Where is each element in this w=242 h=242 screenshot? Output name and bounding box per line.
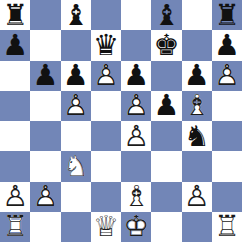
piece-white-king[interactable]: ♚♔ xyxy=(121,212,151,242)
white-rook-outline-icon: ♖ xyxy=(212,212,242,242)
square-a6[interactable] xyxy=(0,61,30,91)
square-a2[interactable]: ♟♙ xyxy=(0,182,30,212)
square-a7[interactable]: ♟ xyxy=(0,30,30,60)
square-b8[interactable] xyxy=(30,0,60,30)
square-e4[interactable]: ♟♙ xyxy=(121,121,151,151)
square-b6[interactable]: ♟ xyxy=(30,61,60,91)
white-queen-outline-icon: ♕ xyxy=(91,212,121,242)
square-h5[interactable] xyxy=(212,91,242,121)
square-h7[interactable]: ♟ xyxy=(212,30,242,60)
piece-black-bishop[interactable]: ♝ xyxy=(151,0,181,30)
square-b5[interactable] xyxy=(30,91,60,121)
white-knight-outline-icon: ♘ xyxy=(61,151,91,181)
square-a1[interactable]: ♜♖ xyxy=(0,212,30,242)
square-h8[interactable]: ♜ xyxy=(212,0,242,30)
square-c8[interactable]: ♝ xyxy=(61,0,91,30)
piece-black-rook[interactable]: ♜ xyxy=(212,0,242,30)
square-f6[interactable] xyxy=(151,61,181,91)
piece-white-bishop[interactable]: ♝♗ xyxy=(121,182,151,212)
piece-black-king[interactable]: ♚ xyxy=(151,30,181,60)
black-queen-icon: ♛ xyxy=(91,30,121,60)
piece-black-knight[interactable]: ♞ xyxy=(182,121,212,151)
chess-board: ♜♝♝♜♟♛♚♟♟♟♟♙♟♟♟♙♟♙♟♙♟♝♗♟♙♞♞♘♟♙♟♙♝♗♟♙♜♖♛♕… xyxy=(0,0,242,242)
square-f2[interactable] xyxy=(151,182,181,212)
white-king-outline-icon: ♔ xyxy=(121,212,151,242)
piece-black-pawn[interactable]: ♟ xyxy=(212,30,242,60)
piece-white-rook[interactable]: ♜♖ xyxy=(212,212,242,242)
white-pawn-outline-icon: ♙ xyxy=(121,91,151,121)
piece-white-pawn[interactable]: ♟♙ xyxy=(212,61,242,91)
square-b4[interactable] xyxy=(30,121,60,151)
square-c1[interactable] xyxy=(61,212,91,242)
square-c7[interactable] xyxy=(61,30,91,60)
white-pawn-outline-icon: ♙ xyxy=(212,61,242,91)
piece-black-pawn[interactable]: ♟ xyxy=(151,91,181,121)
white-pawn-outline-icon: ♙ xyxy=(30,182,60,212)
piece-white-bishop[interactable]: ♝♗ xyxy=(182,91,212,121)
square-b3[interactable] xyxy=(30,151,60,181)
white-pawn-outline-icon: ♙ xyxy=(0,182,30,212)
square-c4[interactable] xyxy=(61,121,91,151)
square-e1[interactable]: ♚♔ xyxy=(121,212,151,242)
black-rook-icon: ♜ xyxy=(0,0,30,30)
square-g5[interactable]: ♝♗ xyxy=(182,91,212,121)
square-e6[interactable]: ♟ xyxy=(121,61,151,91)
square-a3[interactable] xyxy=(0,151,30,181)
white-pawn-outline-icon: ♙ xyxy=(182,182,212,212)
square-g1[interactable] xyxy=(182,212,212,242)
white-bishop-outline-icon: ♗ xyxy=(182,91,212,121)
square-f8[interactable]: ♝ xyxy=(151,0,181,30)
square-f7[interactable]: ♚ xyxy=(151,30,181,60)
piece-white-pawn[interactable]: ♟♙ xyxy=(30,182,60,212)
square-f3[interactable] xyxy=(151,151,181,181)
square-g8[interactable] xyxy=(182,0,212,30)
square-d6[interactable]: ♟♙ xyxy=(91,61,121,91)
square-f4[interactable] xyxy=(151,121,181,151)
black-pawn-icon: ♟ xyxy=(182,61,212,91)
piece-black-pawn[interactable]: ♟ xyxy=(30,61,60,91)
square-g7[interactable] xyxy=(182,30,212,60)
square-e7[interactable] xyxy=(121,30,151,60)
square-h1[interactable]: ♜♖ xyxy=(212,212,242,242)
piece-white-knight[interactable]: ♞♘ xyxy=(61,151,91,181)
square-g3[interactable] xyxy=(182,151,212,181)
square-d4[interactable] xyxy=(91,121,121,151)
piece-white-pawn[interactable]: ♟♙ xyxy=(121,91,151,121)
square-f5[interactable]: ♟ xyxy=(151,91,181,121)
piece-white-pawn[interactable]: ♟♙ xyxy=(91,61,121,91)
piece-black-queen[interactable]: ♛ xyxy=(91,30,121,60)
black-bishop-icon: ♝ xyxy=(61,0,91,30)
square-h4[interactable] xyxy=(212,121,242,151)
black-pawn-icon: ♟ xyxy=(151,91,181,121)
square-g4[interactable]: ♞ xyxy=(182,121,212,151)
square-g2[interactable]: ♟♙ xyxy=(182,182,212,212)
square-h3[interactable] xyxy=(212,151,242,181)
white-rook-outline-icon: ♖ xyxy=(0,212,30,242)
white-bishop-outline-icon: ♗ xyxy=(121,182,151,212)
piece-white-pawn[interactable]: ♟♙ xyxy=(121,121,151,151)
piece-black-pawn[interactable]: ♟ xyxy=(121,61,151,91)
piece-white-pawn[interactable]: ♟♙ xyxy=(182,182,212,212)
black-pawn-icon: ♟ xyxy=(61,61,91,91)
black-king-icon: ♚ xyxy=(151,30,181,60)
black-pawn-icon: ♟ xyxy=(121,61,151,91)
square-c3[interactable]: ♞♘ xyxy=(61,151,91,181)
piece-white-pawn[interactable]: ♟♙ xyxy=(0,182,30,212)
black-pawn-icon: ♟ xyxy=(212,30,242,60)
square-d7[interactable]: ♛ xyxy=(91,30,121,60)
square-b2[interactable]: ♟♙ xyxy=(30,182,60,212)
piece-white-queen[interactable]: ♛♕ xyxy=(91,212,121,242)
piece-white-pawn[interactable]: ♟♙ xyxy=(61,91,91,121)
square-b1[interactable] xyxy=(30,212,60,242)
black-knight-icon: ♞ xyxy=(182,121,212,151)
square-a4[interactable] xyxy=(0,121,30,151)
piece-white-rook[interactable]: ♜♖ xyxy=(0,212,30,242)
piece-black-rook[interactable]: ♜ xyxy=(0,0,30,30)
square-a5[interactable] xyxy=(0,91,30,121)
square-c2[interactable] xyxy=(61,182,91,212)
square-d1[interactable]: ♛♕ xyxy=(91,212,121,242)
square-e5[interactable]: ♟♙ xyxy=(121,91,151,121)
square-c5[interactable]: ♟♙ xyxy=(61,91,91,121)
square-g6[interactable]: ♟ xyxy=(182,61,212,91)
square-f1[interactable] xyxy=(151,212,181,242)
black-pawn-icon: ♟ xyxy=(0,30,30,60)
square-d2[interactable] xyxy=(91,182,121,212)
white-pawn-outline-icon: ♙ xyxy=(121,121,151,151)
black-bishop-icon: ♝ xyxy=(151,0,181,30)
square-h2[interactable] xyxy=(212,182,242,212)
piece-black-pawn[interactable]: ♟ xyxy=(61,61,91,91)
piece-black-pawn[interactable]: ♟ xyxy=(182,61,212,91)
white-pawn-outline-icon: ♙ xyxy=(61,91,91,121)
square-b7[interactable] xyxy=(30,30,60,60)
square-h6[interactable]: ♟♙ xyxy=(212,61,242,91)
square-e3[interactable] xyxy=(121,151,151,181)
piece-black-pawn[interactable]: ♟ xyxy=(0,30,30,60)
square-e2[interactable]: ♝♗ xyxy=(121,182,151,212)
square-d8[interactable] xyxy=(91,0,121,30)
black-rook-icon: ♜ xyxy=(212,0,242,30)
black-pawn-icon: ♟ xyxy=(30,61,60,91)
square-a8[interactable]: ♜ xyxy=(0,0,30,30)
piece-black-bishop[interactable]: ♝ xyxy=(61,0,91,30)
square-d5[interactable] xyxy=(91,91,121,121)
square-e8[interactable] xyxy=(121,0,151,30)
square-d3[interactable] xyxy=(91,151,121,181)
square-c6[interactable]: ♟ xyxy=(61,61,91,91)
white-pawn-outline-icon: ♙ xyxy=(91,61,121,91)
